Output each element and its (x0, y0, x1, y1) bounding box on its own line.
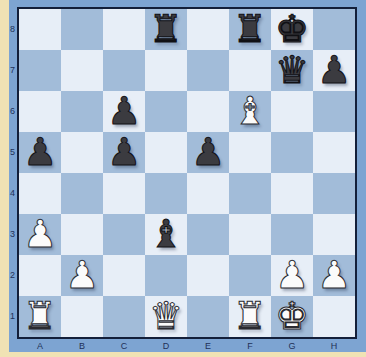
square-a5[interactable]: ♟ (19, 132, 61, 173)
file-label-b: B (61, 340, 103, 352)
board-frame: 87654321 ♜♜♚♛♟♟♝♟♟♟♟♝♟♟♟♜♛♜♚ ABCDEFGH (9, 0, 366, 352)
rank-label-4: 4 (8, 173, 17, 214)
black-pawn-icon[interactable]: ♟ (191, 132, 225, 173)
square-g2[interactable]: ♟ (271, 255, 313, 296)
white-queen-icon[interactable]: ♛ (149, 296, 183, 337)
square-c4[interactable] (103, 173, 145, 214)
square-b1[interactable] (61, 296, 103, 337)
square-f3[interactable] (229, 214, 271, 255)
file-labels: ABCDEFGH (19, 340, 355, 352)
square-c8[interactable] (103, 9, 145, 50)
file-label-a: A (19, 340, 61, 352)
square-c2[interactable] (103, 255, 145, 296)
square-f8[interactable]: ♜ (229, 9, 271, 50)
square-g8[interactable]: ♚ (271, 9, 313, 50)
square-g4[interactable] (271, 173, 313, 214)
square-c7[interactable] (103, 50, 145, 91)
chess-board: ♜♜♚♛♟♟♝♟♟♟♟♝♟♟♟♜♛♜♚ (19, 9, 355, 337)
white-pawn-icon[interactable]: ♟ (275, 255, 309, 296)
square-b6[interactable] (61, 91, 103, 132)
square-h3[interactable] (313, 214, 355, 255)
square-g7[interactable]: ♛ (271, 50, 313, 91)
black-rook-icon[interactable]: ♜ (233, 9, 267, 50)
square-g5[interactable] (271, 132, 313, 173)
black-queen-icon[interactable]: ♛ (275, 50, 309, 91)
square-d2[interactable] (145, 255, 187, 296)
black-rook-icon[interactable]: ♜ (149, 9, 183, 50)
rank-label-8: 8 (8, 9, 17, 50)
rank-label-2: 2 (8, 255, 17, 296)
square-h4[interactable] (313, 173, 355, 214)
black-king-icon[interactable]: ♚ (275, 9, 309, 50)
square-f4[interactable] (229, 173, 271, 214)
square-a3[interactable]: ♟ (19, 214, 61, 255)
rank-label-3: 3 (8, 214, 17, 255)
square-c1[interactable] (103, 296, 145, 337)
rank-label-7: 7 (8, 50, 17, 91)
file-label-e: E (187, 340, 229, 352)
square-h5[interactable] (313, 132, 355, 173)
square-c5[interactable]: ♟ (103, 132, 145, 173)
white-king-icon[interactable]: ♚ (275, 296, 309, 337)
square-f1[interactable]: ♜ (229, 296, 271, 337)
square-d4[interactable] (145, 173, 187, 214)
square-d7[interactable] (145, 50, 187, 91)
file-label-f: F (229, 340, 271, 352)
square-e1[interactable] (187, 296, 229, 337)
square-h2[interactable]: ♟ (313, 255, 355, 296)
page-background: 87654321 ♜♜♚♛♟♟♝♟♟♟♟♝♟♟♟♜♛♜♚ ABCDEFGH (0, 0, 366, 357)
file-label-g: G (271, 340, 313, 352)
square-a2[interactable] (19, 255, 61, 296)
square-b5[interactable] (61, 132, 103, 173)
file-label-h: H (313, 340, 355, 352)
square-b3[interactable] (61, 214, 103, 255)
square-a1[interactable]: ♜ (19, 296, 61, 337)
square-d3[interactable]: ♝ (145, 214, 187, 255)
square-b7[interactable] (61, 50, 103, 91)
square-e2[interactable] (187, 255, 229, 296)
square-f6[interactable]: ♝ (229, 91, 271, 132)
rank-label-1: 1 (8, 296, 17, 337)
black-pawn-icon[interactable]: ♟ (23, 132, 57, 173)
white-pawn-icon[interactable]: ♟ (317, 255, 351, 296)
file-label-c: C (103, 340, 145, 352)
square-h7[interactable]: ♟ (313, 50, 355, 91)
square-g6[interactable] (271, 91, 313, 132)
square-a8[interactable] (19, 9, 61, 50)
square-f7[interactable] (229, 50, 271, 91)
square-h8[interactable] (313, 9, 355, 50)
square-h1[interactable] (313, 296, 355, 337)
white-bishop-icon[interactable]: ♝ (233, 91, 267, 132)
square-e7[interactable] (187, 50, 229, 91)
square-a7[interactable] (19, 50, 61, 91)
black-bishop-icon[interactable]: ♝ (149, 214, 183, 255)
square-b4[interactable] (61, 173, 103, 214)
white-pawn-icon[interactable]: ♟ (65, 255, 99, 296)
square-d6[interactable] (145, 91, 187, 132)
square-c6[interactable]: ♟ (103, 91, 145, 132)
white-rook-icon[interactable]: ♜ (233, 296, 267, 337)
square-g1[interactable]: ♚ (271, 296, 313, 337)
square-d1[interactable]: ♛ (145, 296, 187, 337)
square-e5[interactable]: ♟ (187, 132, 229, 173)
square-b2[interactable]: ♟ (61, 255, 103, 296)
square-a6[interactable] (19, 91, 61, 132)
square-c3[interactable] (103, 214, 145, 255)
square-b8[interactable] (61, 9, 103, 50)
black-pawn-icon[interactable]: ♟ (107, 91, 141, 132)
square-e3[interactable] (187, 214, 229, 255)
square-a4[interactable] (19, 173, 61, 214)
white-pawn-icon[interactable]: ♟ (23, 214, 57, 255)
rank-labels: 87654321 (8, 9, 17, 337)
square-d8[interactable]: ♜ (145, 9, 187, 50)
rank-label-5: 5 (8, 132, 17, 173)
square-e4[interactable] (187, 173, 229, 214)
square-g3[interactable] (271, 214, 313, 255)
black-pawn-icon[interactable]: ♟ (107, 132, 141, 173)
square-f5[interactable] (229, 132, 271, 173)
white-rook-icon[interactable]: ♜ (23, 296, 57, 337)
square-e6[interactable] (187, 91, 229, 132)
square-d5[interactable] (145, 132, 187, 173)
square-e8[interactable] (187, 9, 229, 50)
square-h6[interactable] (313, 91, 355, 132)
file-label-d: D (145, 340, 187, 352)
black-pawn-icon[interactable]: ♟ (317, 50, 351, 91)
rank-label-6: 6 (8, 91, 17, 132)
board-border: ♜♜♚♛♟♟♝♟♟♟♟♝♟♟♟♜♛♜♚ (17, 7, 357, 339)
square-f2[interactable] (229, 255, 271, 296)
